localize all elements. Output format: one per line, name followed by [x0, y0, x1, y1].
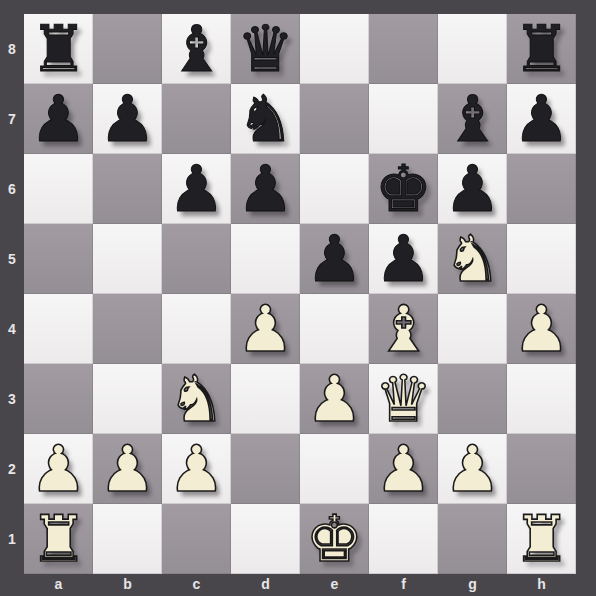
square-g7[interactable]: ♝: [438, 84, 507, 154]
square-g1[interactable]: [438, 504, 507, 574]
rank-label-1: 1: [0, 504, 24, 574]
black-pawn[interactable]: ♟: [444, 157, 501, 221]
white-pawn[interactable]: ♟: [99, 437, 156, 501]
rank-label-3: 3: [0, 364, 24, 434]
square-b6[interactable]: [93, 154, 162, 224]
white-knight[interactable]: ♞: [444, 227, 501, 291]
black-pawn[interactable]: ♟: [30, 87, 87, 151]
square-d3[interactable]: [231, 364, 300, 434]
black-king[interactable]: ♚: [375, 157, 432, 221]
square-f6[interactable]: ♚: [369, 154, 438, 224]
white-pawn[interactable]: ♟: [30, 437, 87, 501]
square-a8[interactable]: ♜: [24, 14, 93, 84]
file-label-e: e: [300, 574, 369, 596]
file-label-g: g: [438, 574, 507, 596]
square-e8[interactable]: [300, 14, 369, 84]
black-pawn[interactable]: ♟: [168, 157, 225, 221]
square-a1[interactable]: ♜: [24, 504, 93, 574]
white-pawn[interactable]: ♟: [444, 437, 501, 501]
square-c2[interactable]: ♟: [162, 434, 231, 504]
rank-labels: 87654321: [0, 14, 24, 574]
square-e1[interactable]: ♚: [300, 504, 369, 574]
square-h8[interactable]: ♜: [507, 14, 576, 84]
square-c1[interactable]: [162, 504, 231, 574]
rank-label-6: 6: [0, 154, 24, 224]
black-pawn[interactable]: ♟: [306, 227, 363, 291]
square-a6[interactable]: [24, 154, 93, 224]
square-c7[interactable]: [162, 84, 231, 154]
square-c8[interactable]: ♝: [162, 14, 231, 84]
black-rook[interactable]: ♜: [513, 17, 570, 81]
white-knight[interactable]: ♞: [168, 367, 225, 431]
square-b4[interactable]: [93, 294, 162, 364]
square-f3[interactable]: ♛: [369, 364, 438, 434]
square-d2[interactable]: [231, 434, 300, 504]
black-pawn[interactable]: ♟: [375, 227, 432, 291]
white-queen[interactable]: ♛: [375, 367, 432, 431]
board-frame: 87654321 ♜♝♛♜♟♟♞♝♟♟♟♚♟♟♟♞♟♝♟♞♟♛♟♟♟♟♟♜♚♜ …: [0, 0, 596, 596]
square-a5[interactable]: [24, 224, 93, 294]
square-h1[interactable]: ♜: [507, 504, 576, 574]
square-c3[interactable]: ♞: [162, 364, 231, 434]
black-pawn[interactable]: ♟: [237, 157, 294, 221]
white-rook[interactable]: ♜: [513, 507, 570, 571]
white-pawn[interactable]: ♟: [168, 437, 225, 501]
file-labels: abcdefgh: [24, 574, 576, 596]
square-b5[interactable]: [93, 224, 162, 294]
square-h6[interactable]: [507, 154, 576, 224]
black-pawn[interactable]: ♟: [513, 87, 570, 151]
square-g2[interactable]: ♟: [438, 434, 507, 504]
white-pawn[interactable]: ♟: [306, 367, 363, 431]
square-b7[interactable]: ♟: [93, 84, 162, 154]
square-f2[interactable]: ♟: [369, 434, 438, 504]
square-d8[interactable]: ♛: [231, 14, 300, 84]
square-e6[interactable]: [300, 154, 369, 224]
square-b2[interactable]: ♟: [93, 434, 162, 504]
white-pawn[interactable]: ♟: [513, 297, 570, 361]
file-label-b: b: [93, 574, 162, 596]
square-e5[interactable]: ♟: [300, 224, 369, 294]
square-b1[interactable]: [93, 504, 162, 574]
square-h4[interactable]: ♟: [507, 294, 576, 364]
square-f5[interactable]: ♟: [369, 224, 438, 294]
square-a3[interactable]: [24, 364, 93, 434]
file-label-c: c: [162, 574, 231, 596]
square-d5[interactable]: [231, 224, 300, 294]
square-a2[interactable]: ♟: [24, 434, 93, 504]
file-label-a: a: [24, 574, 93, 596]
square-e7[interactable]: [300, 84, 369, 154]
square-g8[interactable]: [438, 14, 507, 84]
black-knight[interactable]: ♞: [237, 87, 294, 151]
square-a7[interactable]: ♟: [24, 84, 93, 154]
rank-label-8: 8: [0, 14, 24, 84]
chess-board: ♜♝♛♜♟♟♞♝♟♟♟♚♟♟♟♞♟♝♟♞♟♛♟♟♟♟♟♜♚♜: [24, 14, 576, 574]
square-e3[interactable]: ♟: [300, 364, 369, 434]
file-label-h: h: [507, 574, 576, 596]
square-f4[interactable]: ♝: [369, 294, 438, 364]
rank-label-4: 4: [0, 294, 24, 364]
square-f7[interactable]: [369, 84, 438, 154]
white-king[interactable]: ♚: [306, 507, 363, 571]
square-e4[interactable]: [300, 294, 369, 364]
square-h7[interactable]: ♟: [507, 84, 576, 154]
black-pawn[interactable]: ♟: [99, 87, 156, 151]
square-c6[interactable]: ♟: [162, 154, 231, 224]
square-h2[interactable]: [507, 434, 576, 504]
square-b8[interactable]: [93, 14, 162, 84]
rank-label-7: 7: [0, 84, 24, 154]
black-rook[interactable]: ♜: [30, 17, 87, 81]
square-f8[interactable]: [369, 14, 438, 84]
file-label-d: d: [231, 574, 300, 596]
square-h3[interactable]: [507, 364, 576, 434]
square-g6[interactable]: ♟: [438, 154, 507, 224]
square-g5[interactable]: ♞: [438, 224, 507, 294]
file-label-f: f: [369, 574, 438, 596]
square-g3[interactable]: [438, 364, 507, 434]
white-bishop[interactable]: ♝: [375, 297, 432, 361]
square-d4[interactable]: ♟: [231, 294, 300, 364]
square-h5[interactable]: [507, 224, 576, 294]
white-pawn[interactable]: ♟: [375, 437, 432, 501]
square-d6[interactable]: ♟: [231, 154, 300, 224]
square-d1[interactable]: [231, 504, 300, 574]
square-c5[interactable]: [162, 224, 231, 294]
black-bishop[interactable]: ♝: [168, 17, 225, 81]
square-a4[interactable]: [24, 294, 93, 364]
square-f1[interactable]: [369, 504, 438, 574]
square-d7[interactable]: ♞: [231, 84, 300, 154]
white-pawn[interactable]: ♟: [237, 297, 294, 361]
square-b3[interactable]: [93, 364, 162, 434]
white-rook[interactable]: ♜: [30, 507, 87, 571]
square-c4[interactable]: [162, 294, 231, 364]
square-e2[interactable]: [300, 434, 369, 504]
rank-label-2: 2: [0, 434, 24, 504]
rank-label-5: 5: [0, 224, 24, 294]
black-queen[interactable]: ♛: [237, 17, 294, 81]
black-bishop[interactable]: ♝: [444, 87, 501, 151]
square-g4[interactable]: [438, 294, 507, 364]
